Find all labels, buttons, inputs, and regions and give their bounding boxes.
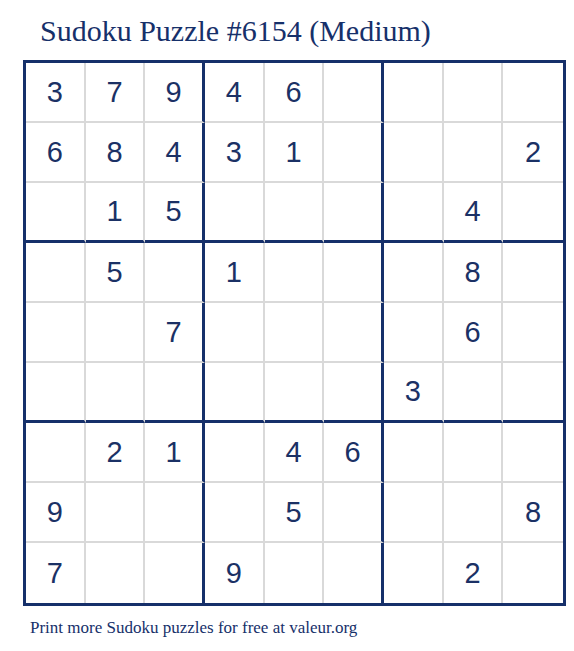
cell-r6c2 (86, 363, 146, 423)
cell-r8c7 (384, 483, 444, 543)
cell-r3c5 (265, 183, 325, 243)
cell-r6c8 (444, 363, 504, 423)
cell-r1c9 (503, 63, 563, 123)
cell-r1c4: 4 (205, 63, 265, 123)
cell-r6c5 (265, 363, 325, 423)
cell-r5c3: 7 (145, 303, 205, 363)
cell-r2c3: 4 (145, 123, 205, 183)
cell-r4c2: 5 (86, 243, 146, 303)
cell-r1c2: 7 (86, 63, 146, 123)
cell-r8c8 (444, 483, 504, 543)
cell-r5c8: 6 (444, 303, 504, 363)
cell-r2c4: 3 (205, 123, 265, 183)
cell-r4c3 (145, 243, 205, 303)
cell-r8c5: 5 (265, 483, 325, 543)
cell-r6c6 (324, 363, 384, 423)
cell-r4c9 (503, 243, 563, 303)
cell-r9c5 (265, 543, 325, 603)
cell-r8c1: 9 (26, 483, 86, 543)
cell-r4c6 (324, 243, 384, 303)
cell-r6c4 (205, 363, 265, 423)
cell-r6c3 (145, 363, 205, 423)
cell-r7c3: 1 (145, 423, 205, 483)
cell-r3c8: 4 (444, 183, 504, 243)
cell-r1c7 (384, 63, 444, 123)
cell-r4c1 (26, 243, 86, 303)
cell-r9c9 (503, 543, 563, 603)
cell-r7c6: 6 (324, 423, 384, 483)
cell-r6c7: 3 (384, 363, 444, 423)
cell-r7c9 (503, 423, 563, 483)
cell-r7c5: 4 (265, 423, 325, 483)
cell-r1c1: 3 (26, 63, 86, 123)
page-title: Sudoku Puzzle #6154 (Medium) (40, 14, 431, 48)
cell-r6c1 (26, 363, 86, 423)
cell-r2c7 (384, 123, 444, 183)
cell-r8c2 (86, 483, 146, 543)
cell-r2c2: 8 (86, 123, 146, 183)
cell-r4c7 (384, 243, 444, 303)
cell-r7c2: 2 (86, 423, 146, 483)
cell-r7c4 (205, 423, 265, 483)
cell-r4c4: 1 (205, 243, 265, 303)
cell-r2c6 (324, 123, 384, 183)
cell-r9c3 (145, 543, 205, 603)
cell-r1c8 (444, 63, 504, 123)
cell-r6c9 (503, 363, 563, 423)
cell-r1c6 (324, 63, 384, 123)
cell-r7c8 (444, 423, 504, 483)
cell-r3c2: 1 (86, 183, 146, 243)
cell-r9c4: 9 (205, 543, 265, 603)
cell-r2c8 (444, 123, 504, 183)
cell-r9c1: 7 (26, 543, 86, 603)
cell-r3c1 (26, 183, 86, 243)
cell-r9c8: 2 (444, 543, 504, 603)
cell-r8c9: 8 (503, 483, 563, 543)
sudoku-grid: 379466843121545187632146958792 (23, 60, 566, 606)
cell-r5c7 (384, 303, 444, 363)
cell-r5c2 (86, 303, 146, 363)
cell-r9c6 (324, 543, 384, 603)
cell-r5c5 (265, 303, 325, 363)
cell-r9c7 (384, 543, 444, 603)
cell-r5c4 (205, 303, 265, 363)
cell-r7c7 (384, 423, 444, 483)
cell-r8c4 (205, 483, 265, 543)
cell-r2c5: 1 (265, 123, 325, 183)
cell-r5c9 (503, 303, 563, 363)
cell-r3c7 (384, 183, 444, 243)
footer-note: Print more Sudoku puzzles for free at va… (30, 618, 357, 638)
cell-r1c3: 9 (145, 63, 205, 123)
cell-r2c9: 2 (503, 123, 563, 183)
cell-r5c1 (26, 303, 86, 363)
cell-r3c3: 5 (145, 183, 205, 243)
cell-r3c9 (503, 183, 563, 243)
cell-r3c6 (324, 183, 384, 243)
cell-r1c5: 6 (265, 63, 325, 123)
cell-r5c6 (324, 303, 384, 363)
cell-r4c5 (265, 243, 325, 303)
cell-r7c1 (26, 423, 86, 483)
cell-r4c8: 8 (444, 243, 504, 303)
cell-r2c1: 6 (26, 123, 86, 183)
cell-r8c3 (145, 483, 205, 543)
cell-r8c6 (324, 483, 384, 543)
cell-r3c4 (205, 183, 265, 243)
cell-r9c2 (86, 543, 146, 603)
